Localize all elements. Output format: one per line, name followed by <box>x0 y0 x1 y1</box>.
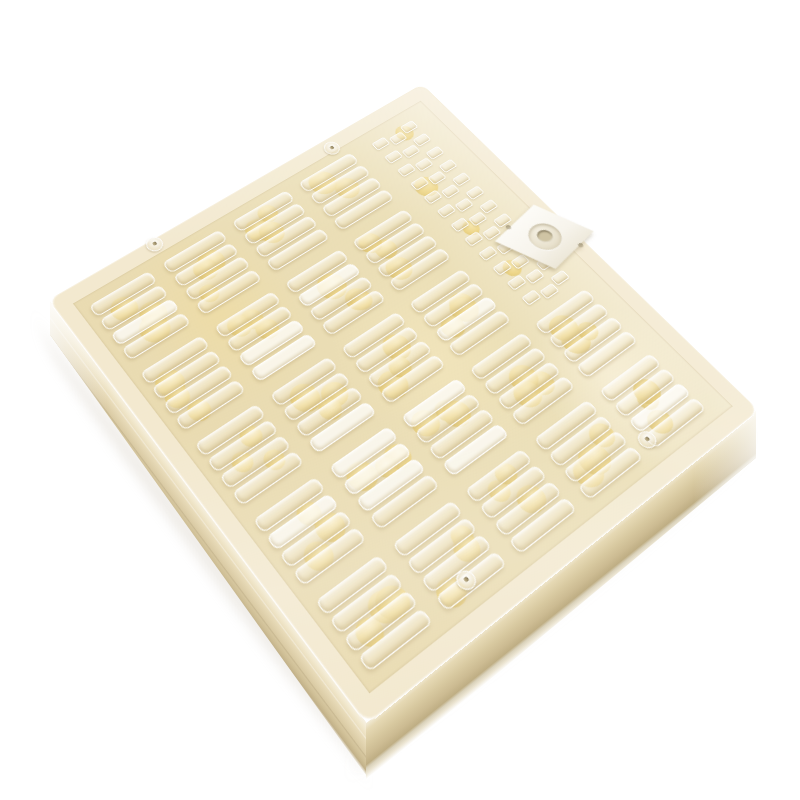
mesh-slot <box>452 172 471 186</box>
mesh-slot <box>371 137 390 151</box>
mesh-slot <box>401 144 420 158</box>
mesh-slot <box>539 283 559 299</box>
mesh-slot <box>397 163 416 177</box>
latch-pin-dot <box>505 224 511 229</box>
mesh-slot <box>414 157 433 171</box>
mesh-slot <box>384 150 403 164</box>
mesh-slot <box>437 203 456 218</box>
rotating-latch <box>485 199 605 273</box>
mesh-slot <box>465 185 484 200</box>
mesh-slot <box>413 133 432 147</box>
mesh-slot <box>426 146 445 160</box>
mesh-slot <box>454 198 473 213</box>
box-top-face <box>50 85 757 722</box>
latch-pin-dot <box>578 242 584 247</box>
product-photo <box>0 0 800 800</box>
mesh-slot <box>478 245 498 261</box>
mesh-slot <box>439 159 458 173</box>
mesh-slot <box>507 274 527 290</box>
mesh-slot <box>441 184 460 199</box>
mesh-slot <box>550 270 570 286</box>
pin-rivet <box>143 234 167 254</box>
mesh-slot <box>521 289 541 305</box>
